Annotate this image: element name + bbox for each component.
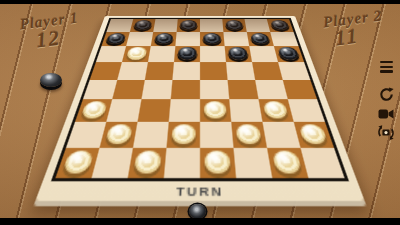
black-piece[interactable]	[177, 47, 197, 59]
black-piece[interactable]	[203, 33, 222, 44]
white-piece[interactable]	[104, 124, 133, 144]
square-r4c8[interactable]	[278, 62, 310, 80]
square-r5c5[interactable]	[200, 80, 229, 100]
white-piece[interactable]	[133, 150, 162, 173]
white-piece[interactable]	[126, 47, 148, 59]
square-r6c2[interactable]	[106, 100, 141, 123]
square-r6c3[interactable]	[137, 100, 170, 123]
square-r3c8[interactable]	[274, 46, 304, 62]
black-piece[interactable]	[270, 20, 290, 30]
white-piece[interactable]	[80, 101, 108, 119]
checkers-game-screen: Player 1 12 Player 2 11 TURN	[0, 0, 400, 225]
black-piece[interactable]	[277, 47, 300, 59]
square-r2c6[interactable]	[223, 32, 249, 46]
square-r4c5[interactable]	[200, 62, 228, 80]
square-r2c2[interactable]	[126, 32, 153, 46]
square-r1c8[interactable]	[267, 19, 294, 32]
white-piece[interactable]	[271, 150, 302, 173]
white-piece[interactable]	[61, 150, 95, 173]
white-piece[interactable]	[298, 124, 329, 144]
white-piece[interactable]	[171, 124, 196, 144]
black-piece[interactable]	[154, 33, 174, 44]
square-r7c4[interactable]	[166, 122, 200, 148]
square-r2c3[interactable]	[151, 32, 177, 46]
player2-piece-count: 11	[334, 24, 361, 52]
square-r8c4[interactable]	[164, 148, 200, 178]
square-r7c5[interactable]	[200, 122, 234, 148]
white-piece[interactable]	[204, 150, 231, 173]
square-r4c6[interactable]	[226, 62, 255, 80]
square-r7c8[interactable]	[294, 122, 334, 148]
square-r8c3[interactable]	[128, 148, 167, 178]
letterbox-top	[0, 0, 400, 4]
square-r4c3[interactable]	[145, 62, 174, 80]
square-r2c5[interactable]	[200, 32, 225, 46]
black-piece[interactable]	[225, 20, 244, 30]
square-r4c2[interactable]	[117, 62, 148, 80]
letterbox-bottom	[0, 218, 400, 225]
video-camera-icon[interactable]	[376, 108, 396, 120]
square-r6c5[interactable]	[200, 100, 231, 123]
square-r5c8[interactable]	[283, 80, 318, 100]
menu-icon[interactable]	[376, 60, 396, 74]
square-r3c3[interactable]	[148, 46, 175, 62]
black-piece[interactable]	[180, 20, 198, 30]
black-piece[interactable]	[228, 47, 249, 59]
black-piece[interactable]	[133, 20, 152, 30]
square-r3c4[interactable]	[174, 46, 200, 62]
square-r7c2[interactable]	[99, 122, 137, 148]
turn-indicator-black-piece	[189, 204, 206, 219]
board-grid[interactable]	[51, 18, 349, 181]
square-r3c5[interactable]	[200, 46, 226, 62]
square-r8c8[interactable]	[301, 148, 345, 178]
board-scene: TURN	[105, 16, 295, 202]
captured-black-piece	[40, 73, 62, 87]
camera-rotate-icon[interactable]	[376, 124, 396, 141]
turn-bar: TURN	[44, 181, 356, 201]
square-r2c4[interactable]	[175, 32, 200, 46]
black-piece[interactable]	[105, 33, 127, 44]
white-piece[interactable]	[262, 101, 289, 119]
square-r1c6[interactable]	[222, 19, 246, 32]
square-r3c6[interactable]	[225, 46, 252, 62]
player1-piece-count: 12	[35, 26, 63, 54]
white-piece[interactable]	[204, 101, 228, 119]
square-r5c4[interactable]	[171, 80, 200, 100]
square-r7c6[interactable]	[231, 122, 267, 148]
square-r3c2[interactable]	[122, 46, 151, 62]
square-r1c5[interactable]	[200, 19, 223, 32]
square-r6c4[interactable]	[169, 100, 200, 123]
square-r1c3[interactable]	[153, 19, 177, 32]
square-r6c6[interactable]	[229, 100, 262, 123]
turn-label: TURN	[176, 184, 225, 199]
square-r8c6[interactable]	[234, 148, 273, 178]
restart-icon[interactable]	[376, 87, 396, 102]
black-piece[interactable]	[250, 33, 271, 44]
square-r5c6[interactable]	[228, 80, 259, 100]
square-r1c4[interactable]	[177, 19, 200, 32]
square-r8c2[interactable]	[92, 148, 133, 178]
square-r7c3[interactable]	[133, 122, 169, 148]
square-r2c8[interactable]	[270, 32, 298, 46]
square-r1c2[interactable]	[130, 19, 156, 32]
white-piece[interactable]	[235, 124, 262, 144]
square-r6c8[interactable]	[288, 100, 325, 123]
square-r5c3[interactable]	[141, 80, 172, 100]
square-r8c5[interactable]	[200, 148, 236, 178]
square-r4c4[interactable]	[172, 62, 200, 80]
square-r5c2[interactable]	[112, 80, 145, 100]
